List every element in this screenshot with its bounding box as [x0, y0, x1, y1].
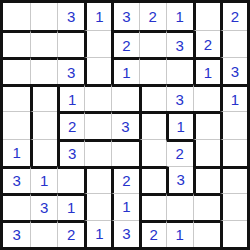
cell-r4c9[interactable]: 1 — [220, 84, 247, 111]
cell-value: 1 — [122, 199, 130, 214]
cell-r7c4[interactable] — [84, 166, 111, 193]
cell-r3c9[interactable]: 3 — [220, 57, 247, 84]
cell-r2c5[interactable]: 2 — [111, 30, 138, 57]
cell-value: 3 — [176, 38, 184, 53]
cell-r8c7[interactable] — [166, 193, 193, 220]
cell-r2c1[interactable] — [3, 30, 30, 57]
cell-value: 2 — [176, 146, 184, 161]
cell-r2c4[interactable] — [84, 30, 111, 57]
cell-r1c2[interactable] — [30, 3, 57, 30]
cell-r2c9[interactable] — [220, 30, 247, 57]
cell-r2c8[interactable]: 2 — [193, 30, 220, 57]
cell-r2c7[interactable]: 3 — [166, 30, 193, 57]
cell-r6c3[interactable]: 3 — [57, 139, 84, 166]
cell-r5c1[interactable] — [3, 111, 30, 138]
cell-r3c7[interactable] — [166, 57, 193, 84]
cell-r9c5[interactable]: 3 — [111, 220, 138, 247]
cell-r6c7[interactable]: 2 — [166, 139, 193, 166]
cell-r9c7[interactable]: 1 — [166, 220, 193, 247]
cell-r7c1[interactable]: 3 — [3, 166, 30, 193]
cell-r3c8[interactable]: 1 — [193, 57, 220, 84]
puzzle-grid: 31321223231131312311323123311321321 — [0, 0, 250, 250]
cell-value: 1 — [95, 9, 103, 24]
cell-r8c6[interactable] — [139, 193, 166, 220]
cell-value: 1 — [40, 173, 48, 188]
cell-r8c9[interactable] — [220, 193, 247, 220]
cell-r4c5[interactable] — [111, 84, 138, 111]
cell-r3c1[interactable] — [3, 57, 30, 84]
cell-r8c1[interactable] — [3, 193, 30, 220]
cell-r8c2[interactable]: 3 — [30, 193, 57, 220]
cell-r3c6[interactable] — [139, 57, 166, 84]
cell-r1c3[interactable]: 3 — [57, 3, 84, 30]
cell-r7c3[interactable] — [57, 166, 84, 193]
cell-r1c9[interactable]: 2 — [220, 3, 247, 30]
cell-r3c3[interactable]: 3 — [57, 57, 84, 84]
cell-r4c3[interactable]: 1 — [57, 84, 84, 111]
cell-r8c3[interactable]: 1 — [57, 193, 84, 220]
cell-r2c2[interactable] — [30, 30, 57, 57]
cell-value: 2 — [68, 119, 76, 134]
cell-value: 1 — [176, 9, 184, 24]
cell-value: 3 — [12, 227, 20, 242]
cell-value: 2 — [231, 9, 239, 24]
cell-value: 2 — [149, 227, 157, 242]
cell-value: 3 — [67, 65, 75, 80]
cell-r5c8[interactable] — [193, 111, 220, 138]
cell-r1c8[interactable] — [193, 3, 220, 30]
cell-value: 3 — [67, 9, 75, 24]
cell-value: 2 — [122, 38, 130, 53]
cell-r9c4[interactable]: 1 — [84, 220, 111, 247]
cell-value: 2 — [148, 9, 156, 24]
cell-r7c2[interactable]: 1 — [30, 166, 57, 193]
cell-r8c4[interactable] — [84, 193, 111, 220]
cell-r7c6[interactable] — [139, 166, 166, 193]
cell-r8c5[interactable]: 1 — [111, 193, 138, 220]
cell-value: 3 — [12, 173, 20, 188]
cell-value: 1 — [177, 119, 185, 134]
cell-value: 3 — [177, 172, 185, 187]
cell-r7c7[interactable]: 3 — [166, 166, 193, 193]
cell-r1c6[interactable]: 2 — [139, 3, 166, 30]
cell-r9c9[interactable] — [220, 220, 247, 247]
cell-r3c2[interactable] — [30, 57, 57, 84]
cell-r6c1[interactable]: 1 — [3, 139, 30, 166]
cell-value: 2 — [204, 37, 212, 52]
cell-r4c6[interactable] — [139, 84, 166, 111]
cell-r6c8[interactable] — [193, 139, 220, 166]
cell-r5c7[interactable]: 1 — [166, 111, 193, 138]
cell-value: 3 — [68, 146, 76, 161]
cell-value: 1 — [12, 145, 20, 160]
cell-r6c6[interactable] — [139, 139, 166, 166]
cell-r1c1[interactable] — [3, 3, 30, 30]
cell-r8c8[interactable] — [193, 193, 220, 220]
cell-value: 1 — [204, 65, 212, 80]
cell-value: 3 — [176, 92, 184, 107]
cell-r5c4[interactable] — [84, 111, 111, 138]
cell-r6c4[interactable] — [84, 139, 111, 166]
cell-r5c6[interactable] — [139, 111, 166, 138]
cell-r4c8[interactable] — [193, 84, 220, 111]
cell-r3c4[interactable] — [84, 57, 111, 84]
cell-r2c3[interactable] — [57, 30, 84, 57]
cell-r7c5[interactable]: 2 — [111, 166, 138, 193]
cell-r9c1[interactable]: 3 — [3, 220, 30, 247]
cell-r1c5[interactable]: 3 — [111, 3, 138, 30]
cell-r6c2[interactable] — [30, 139, 57, 166]
cell-value: 3 — [122, 226, 130, 241]
cell-r9c3[interactable]: 2 — [57, 220, 84, 247]
cell-r3c5[interactable]: 1 — [111, 57, 138, 84]
cell-value: 3 — [231, 64, 239, 79]
cell-r7c8[interactable] — [193, 166, 220, 193]
cell-value: 1 — [231, 92, 239, 107]
cell-value: 3 — [40, 200, 48, 215]
cell-r5c2[interactable] — [30, 111, 57, 138]
cell-r5c5[interactable]: 3 — [111, 111, 138, 138]
cell-r9c6[interactable]: 2 — [139, 220, 166, 247]
cell-r1c7[interactable]: 1 — [166, 3, 193, 30]
cell-r9c2[interactable] — [30, 220, 57, 247]
cell-r4c1[interactable] — [3, 84, 30, 111]
cell-value: 2 — [67, 227, 75, 242]
cell-value: 1 — [122, 65, 130, 80]
cell-r9c8[interactable] — [193, 220, 220, 247]
cell-r4c7[interactable]: 3 — [166, 84, 193, 111]
cell-r5c9[interactable] — [220, 111, 247, 138]
cell-r1c4[interactable]: 1 — [84, 3, 111, 30]
cell-value: 1 — [176, 227, 184, 242]
cell-r5c3[interactable]: 2 — [57, 111, 84, 138]
cell-r6c9[interactable] — [220, 139, 247, 166]
cell-value: 3 — [121, 119, 129, 134]
cell-r2c6[interactable] — [139, 30, 166, 57]
cell-r6c5[interactable] — [111, 139, 138, 166]
cell-value: 2 — [122, 173, 130, 188]
cell-r7c9[interactable] — [220, 166, 247, 193]
cell-value: 1 — [67, 200, 75, 215]
cell-r4c4[interactable] — [84, 84, 111, 111]
cell-value: 3 — [122, 9, 130, 24]
cell-value: 1 — [95, 226, 103, 241]
cell-value: 1 — [68, 92, 76, 107]
cell-r4c2[interactable] — [30, 84, 57, 111]
